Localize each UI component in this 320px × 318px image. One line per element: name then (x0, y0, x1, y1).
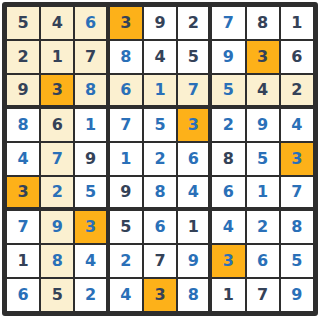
cell-r3c7[interactable]: 5 (212, 75, 244, 107)
cell-r6c2[interactable]: 2 (41, 177, 73, 209)
cell-r5c3[interactable]: 9 (75, 143, 107, 175)
cell-r5c6[interactable]: 6 (178, 143, 210, 175)
cell-r2c5[interactable]: 4 (144, 41, 176, 73)
cell-r6c5[interactable]: 8 (144, 177, 176, 209)
cell-r9c9[interactable]: 9 (281, 279, 313, 311)
cell-r7c7[interactable]: 4 (212, 211, 244, 243)
cell-r1c3[interactable]: 6 (75, 7, 107, 39)
cell-r7c1[interactable]: 7 (7, 211, 39, 243)
cell-r1c4[interactable]: 3 (110, 7, 142, 39)
cell-r8c2[interactable]: 8 (41, 245, 73, 277)
cell-r9c1[interactable]: 6 (7, 279, 39, 311)
cell-r4c3[interactable]: 1 (75, 109, 107, 141)
cell-r3c8[interactable]: 4 (247, 75, 279, 107)
sudoku-grid: 5463927812178459369386175428617532944791… (7, 7, 313, 311)
cell-r6c1[interactable]: 3 (7, 177, 39, 209)
cell-r6c7[interactable]: 6 (212, 177, 244, 209)
cell-r4c4[interactable]: 7 (110, 109, 142, 141)
cell-r7c9[interactable]: 8 (281, 211, 313, 243)
cell-r2c6[interactable]: 5 (178, 41, 210, 73)
cell-r8c8[interactable]: 6 (247, 245, 279, 277)
cell-r7c2[interactable]: 9 (41, 211, 73, 243)
cell-r7c3[interactable]: 3 (75, 211, 107, 243)
cell-r2c3[interactable]: 7 (75, 41, 107, 73)
cell-r5c4[interactable]: 1 (110, 143, 142, 175)
cell-r6c3[interactable]: 5 (75, 177, 107, 209)
cell-r2c7[interactable]: 9 (212, 41, 244, 73)
cell-r6c4[interactable]: 9 (110, 177, 142, 209)
cell-r7c8[interactable]: 2 (247, 211, 279, 243)
cell-r8c1[interactable]: 1 (7, 245, 39, 277)
cell-r3c6[interactable]: 7 (178, 75, 210, 107)
cell-r1c5[interactable]: 9 (144, 7, 176, 39)
cell-r8c6[interactable]: 9 (178, 245, 210, 277)
cell-r4c2[interactable]: 6 (41, 109, 73, 141)
cell-r4c5[interactable]: 5 (144, 109, 176, 141)
cell-r5c9[interactable]: 3 (281, 143, 313, 175)
cell-r3c5[interactable]: 1 (144, 75, 176, 107)
cell-r9c3[interactable]: 2 (75, 279, 107, 311)
cell-r7c6[interactable]: 1 (178, 211, 210, 243)
cell-r4c6[interactable]: 3 (178, 109, 210, 141)
cell-r5c2[interactable]: 7 (41, 143, 73, 175)
cell-r1c6[interactable]: 2 (178, 7, 210, 39)
cell-r5c1[interactable]: 4 (7, 143, 39, 175)
cell-r5c7[interactable]: 8 (212, 143, 244, 175)
cell-r1c2[interactable]: 4 (41, 7, 73, 39)
cell-r8c9[interactable]: 5 (281, 245, 313, 277)
cell-r2c4[interactable]: 8 (110, 41, 142, 73)
cell-r9c2[interactable]: 5 (41, 279, 73, 311)
cell-r4c7[interactable]: 2 (212, 109, 244, 141)
cell-r8c7[interactable]: 3 (212, 245, 244, 277)
cell-r1c1[interactable]: 5 (7, 7, 39, 39)
cell-r2c9[interactable]: 6 (281, 41, 313, 73)
cell-r9c4[interactable]: 4 (110, 279, 142, 311)
cell-r9c7[interactable]: 1 (212, 279, 244, 311)
cell-r5c5[interactable]: 2 (144, 143, 176, 175)
cell-r9c6[interactable]: 8 (178, 279, 210, 311)
cell-r1c8[interactable]: 8 (247, 7, 279, 39)
cell-r3c1[interactable]: 9 (7, 75, 39, 107)
cell-r3c2-selected[interactable]: 3 (41, 75, 73, 107)
cell-r5c8[interactable]: 5 (247, 143, 279, 175)
cell-r1c9[interactable]: 1 (281, 7, 313, 39)
cell-r1c7[interactable]: 7 (212, 7, 244, 39)
cell-r3c9[interactable]: 2 (281, 75, 313, 107)
cell-r7c5[interactable]: 6 (144, 211, 176, 243)
cell-r9c5[interactable]: 3 (144, 279, 176, 311)
sudoku-board: 5463927812178459369386175428617532944791… (2, 2, 318, 316)
cell-r6c9[interactable]: 7 (281, 177, 313, 209)
cell-r4c8[interactable]: 9 (247, 109, 279, 141)
cell-r8c5[interactable]: 7 (144, 245, 176, 277)
cell-r3c4[interactable]: 6 (110, 75, 142, 107)
cell-r9c8[interactable]: 7 (247, 279, 279, 311)
cell-r2c8[interactable]: 3 (247, 41, 279, 73)
cell-r4c1[interactable]: 8 (7, 109, 39, 141)
cell-r8c4[interactable]: 2 (110, 245, 142, 277)
cell-r2c2[interactable]: 1 (41, 41, 73, 73)
cell-r3c3[interactable]: 8 (75, 75, 107, 107)
cell-r6c6[interactable]: 4 (178, 177, 210, 209)
cell-r6c8[interactable]: 1 (247, 177, 279, 209)
cell-r7c4[interactable]: 5 (110, 211, 142, 243)
cell-r2c1[interactable]: 2 (7, 41, 39, 73)
cell-r4c9[interactable]: 4 (281, 109, 313, 141)
cell-r8c3[interactable]: 4 (75, 245, 107, 277)
